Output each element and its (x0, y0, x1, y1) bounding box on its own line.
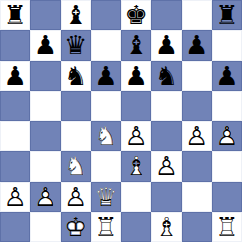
square-g7[interactable]: ♟ (182, 30, 212, 60)
square-f6[interactable]: ♞ (151, 61, 181, 91)
white-piece-fill-glyph: ♝ (151, 212, 181, 242)
black-piece-fill-glyph: ♟ (212, 61, 242, 91)
black-pawn[interactable]: ♟ (91, 61, 121, 91)
square-f2[interactable] (151, 182, 181, 212)
white-pawn[interactable]: ♟♙ (61, 182, 91, 212)
white-pawn[interactable]: ♟♙ (0, 182, 30, 212)
white-piece-fill-glyph: ♟ (212, 121, 242, 151)
white-piece-fill-glyph: ♛ (91, 182, 121, 212)
square-e7[interactable]: ♝ (121, 30, 151, 60)
square-d2[interactable]: ♛♕ (91, 182, 121, 212)
square-b6[interactable] (30, 61, 60, 91)
white-piece-fill-glyph: ♚ (61, 212, 91, 242)
square-c6[interactable]: ♞ (61, 61, 91, 91)
square-f3[interactable]: ♟♙ (151, 151, 181, 181)
square-b3[interactable] (30, 151, 60, 181)
square-g4[interactable]: ♟♙ (182, 121, 212, 151)
square-a3[interactable] (0, 151, 30, 181)
black-piece-fill-glyph: ♝ (61, 0, 91, 30)
square-c2[interactable]: ♟♙ (61, 182, 91, 212)
white-piece-fill-glyph: ♟ (121, 121, 151, 151)
square-e6[interactable]: ♟ (121, 61, 151, 91)
white-piece-outline-glyph: ♗ (151, 212, 181, 242)
black-pawn[interactable]: ♟ (30, 30, 60, 60)
square-f5[interactable] (151, 91, 181, 121)
white-pawn[interactable]: ♟♙ (121, 121, 151, 151)
white-rook[interactable]: ♜♖ (212, 212, 242, 242)
white-pawn[interactable]: ♟♙ (30, 182, 60, 212)
square-c4[interactable] (61, 121, 91, 151)
black-king[interactable]: ♚ (121, 0, 151, 30)
white-pawn[interactable]: ♟♙ (182, 121, 212, 151)
black-piece-fill-glyph: ♟ (182, 30, 212, 60)
square-e1[interactable] (121, 212, 151, 242)
white-king[interactable]: ♚♔ (61, 212, 91, 242)
square-b8[interactable] (30, 0, 60, 30)
square-c3[interactable]: ♞♘ (61, 151, 91, 181)
square-c1[interactable]: ♚♔ (61, 212, 91, 242)
square-d7[interactable] (91, 30, 121, 60)
square-d3[interactable] (91, 151, 121, 181)
black-queen[interactable]: ♛ (61, 30, 91, 60)
square-f1[interactable]: ♝♗ (151, 212, 181, 242)
square-c8[interactable]: ♝ (61, 0, 91, 30)
black-piece-fill-glyph: ♛ (61, 30, 91, 60)
white-piece-fill-glyph: ♞ (61, 151, 91, 181)
square-b5[interactable] (30, 91, 60, 121)
square-e2[interactable] (121, 182, 151, 212)
black-pawn[interactable]: ♟ (121, 61, 151, 91)
white-piece-outline-glyph: ♙ (151, 151, 181, 181)
black-rook[interactable]: ♜ (0, 0, 30, 30)
white-queen[interactable]: ♛♕ (91, 182, 121, 212)
square-g8[interactable] (182, 0, 212, 30)
square-d8[interactable] (91, 0, 121, 30)
square-d6[interactable]: ♟ (91, 61, 121, 91)
white-pawn[interactable]: ♟♙ (212, 121, 242, 151)
white-knight[interactable]: ♞♘ (91, 121, 121, 151)
square-h2[interactable] (212, 182, 242, 212)
black-piece-fill-glyph: ♜ (0, 0, 30, 30)
white-piece-fill-glyph: ♞ (91, 121, 121, 151)
square-g2[interactable] (182, 182, 212, 212)
white-piece-outline-glyph: ♕ (91, 182, 121, 212)
square-a8[interactable]: ♜ (0, 0, 30, 30)
white-knight[interactable]: ♞♘ (61, 151, 91, 181)
square-h7[interactable] (212, 30, 242, 60)
chess-board: ♜♝♚♜♟♛♝♟♟♟♞♟♟♞♟♞♘♟♙♟♙♟♙♞♘♝♗♟♙♟♙♟♙♟♙♛♕♚♔♜… (0, 0, 242, 242)
white-bishop[interactable]: ♝♗ (121, 151, 151, 181)
black-pawn[interactable]: ♟ (151, 30, 181, 60)
square-h1[interactable]: ♜♖ (212, 212, 242, 242)
black-pawn[interactable]: ♟ (182, 30, 212, 60)
black-knight[interactable]: ♞ (151, 61, 181, 91)
white-piece-fill-glyph: ♝ (121, 151, 151, 181)
white-piece-outline-glyph: ♙ (182, 121, 212, 151)
square-f7[interactable]: ♟ (151, 30, 181, 60)
square-g5[interactable] (182, 91, 212, 121)
white-piece-fill-glyph: ♟ (30, 182, 60, 212)
white-pawn[interactable]: ♟♙ (151, 151, 181, 181)
black-piece-fill-glyph: ♜ (212, 0, 242, 30)
black-piece-fill-glyph: ♞ (151, 61, 181, 91)
black-piece-fill-glyph: ♟ (91, 61, 121, 91)
black-pawn[interactable]: ♟ (212, 61, 242, 91)
square-e8[interactable]: ♚ (121, 0, 151, 30)
black-piece-fill-glyph: ♝ (121, 30, 151, 60)
white-piece-fill-glyph: ♟ (61, 182, 91, 212)
white-piece-outline-glyph: ♖ (91, 212, 121, 242)
square-e3[interactable]: ♝♗ (121, 151, 151, 181)
white-bishop[interactable]: ♝♗ (151, 212, 181, 242)
white-piece-outline-glyph: ♗ (121, 151, 151, 181)
square-a7[interactable] (0, 30, 30, 60)
square-h6[interactable]: ♟ (212, 61, 242, 91)
white-rook[interactable]: ♜♖ (91, 212, 121, 242)
black-piece-fill-glyph: ♚ (121, 0, 151, 30)
black-piece-fill-glyph: ♟ (0, 61, 30, 91)
black-bishop[interactable]: ♝ (61, 0, 91, 30)
screenshot-stage: ♜♝♚♜♟♛♝♟♟♟♞♟♟♞♟♞♘♟♙♟♙♟♙♞♘♝♗♟♙♟♙♟♙♟♙♛♕♚♔♜… (0, 0, 242, 242)
square-h4[interactable]: ♟♙ (212, 121, 242, 151)
square-f4[interactable] (151, 121, 181, 151)
black-piece-fill-glyph: ♞ (61, 61, 91, 91)
black-piece-fill-glyph: ♟ (30, 30, 60, 60)
square-a4[interactable] (0, 121, 30, 151)
white-piece-outline-glyph: ♙ (61, 182, 91, 212)
white-piece-outline-glyph: ♘ (91, 121, 121, 151)
square-g3[interactable] (182, 151, 212, 181)
square-f8[interactable] (151, 0, 181, 30)
square-b7[interactable]: ♟ (30, 30, 60, 60)
square-h3[interactable] (212, 151, 242, 181)
white-piece-outline-glyph: ♙ (0, 182, 30, 212)
white-piece-outline-glyph: ♙ (212, 121, 242, 151)
white-piece-outline-glyph: ♔ (61, 212, 91, 242)
square-c5[interactable] (61, 91, 91, 121)
white-piece-fill-glyph: ♜ (212, 212, 242, 242)
white-piece-outline-glyph: ♖ (212, 212, 242, 242)
square-b4[interactable] (30, 121, 60, 151)
square-d4[interactable]: ♞♘ (91, 121, 121, 151)
square-e4[interactable]: ♟♙ (121, 121, 151, 151)
white-piece-fill-glyph: ♜ (91, 212, 121, 242)
black-rook[interactable]: ♜ (212, 0, 242, 30)
square-g6[interactable] (182, 61, 212, 91)
square-d1[interactable]: ♜♖ (91, 212, 121, 242)
white-piece-fill-glyph: ♟ (0, 182, 30, 212)
square-h5[interactable] (212, 91, 242, 121)
black-pawn[interactable]: ♟ (0, 61, 30, 91)
square-b1[interactable] (30, 212, 60, 242)
black-piece-fill-glyph: ♟ (121, 61, 151, 91)
square-c7[interactable]: ♛ (61, 30, 91, 60)
white-piece-outline-glyph: ♙ (30, 182, 60, 212)
square-g1[interactable] (182, 212, 212, 242)
square-a2[interactable]: ♟♙ (0, 182, 30, 212)
square-d5[interactable] (91, 91, 121, 121)
square-a5[interactable] (0, 91, 30, 121)
white-piece-fill-glyph: ♟ (182, 121, 212, 151)
white-piece-fill-glyph: ♟ (151, 151, 181, 181)
square-a6[interactable]: ♟ (0, 61, 30, 91)
black-bishop[interactable]: ♝ (121, 30, 151, 60)
white-piece-outline-glyph: ♘ (61, 151, 91, 181)
square-b2[interactable]: ♟♙ (30, 182, 60, 212)
black-knight[interactable]: ♞ (61, 61, 91, 91)
square-a1[interactable] (0, 212, 30, 242)
white-piece-outline-glyph: ♙ (121, 121, 151, 151)
black-piece-fill-glyph: ♟ (151, 30, 181, 60)
square-h8[interactable]: ♜ (212, 0, 242, 30)
square-e5[interactable] (121, 91, 151, 121)
